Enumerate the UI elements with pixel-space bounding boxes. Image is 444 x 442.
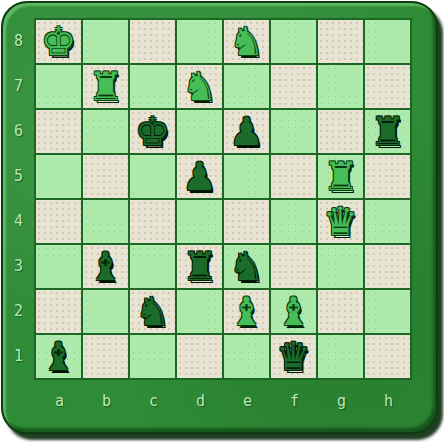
square-f2[interactable]: ♝ [271,290,316,333]
square-e1[interactable] [224,335,269,378]
square-g7[interactable] [318,65,363,108]
square-c4[interactable] [130,200,175,243]
black-pawn-d5[interactable]: ♟ [182,155,217,198]
square-a1[interactable]: ♝ [36,335,81,378]
square-g4[interactable]: ♛ [318,200,363,243]
file-label-f: f [271,387,318,415]
square-c7[interactable] [130,65,175,108]
square-a5[interactable] [36,155,81,198]
square-a7[interactable] [36,65,81,108]
square-d4[interactable] [177,200,222,243]
square-g6[interactable] [318,110,363,153]
rank-label-2: 2 [3,288,34,333]
black-king-c6[interactable]: ♚ [135,110,170,153]
rank-label-3: 3 [3,243,34,288]
square-d1[interactable] [177,335,222,378]
square-e2[interactable]: ♝ [224,290,269,333]
black-queen-f1[interactable]: ♛ [276,335,311,378]
square-c3[interactable] [130,245,175,288]
square-e7[interactable] [224,65,269,108]
square-c8[interactable] [130,20,175,63]
chess-board: ♚♞♜♞♚♟♜♟♜♛♝♜♞♞♝♝♝♛ [34,18,412,380]
rank-label-6: 6 [3,108,34,153]
square-b4[interactable] [83,200,128,243]
file-label-d: d [177,387,224,415]
file-label-g: g [318,387,365,415]
square-b8[interactable] [83,20,128,63]
square-e4[interactable] [224,200,269,243]
white-bishop-e2[interactable]: ♝ [229,290,264,333]
square-e6[interactable]: ♟ [224,110,269,153]
black-knight-e3[interactable]: ♞ [229,245,264,288]
square-h8[interactable] [365,20,410,63]
white-bishop-f2[interactable]: ♝ [276,290,311,333]
square-d2[interactable] [177,290,222,333]
square-f3[interactable] [271,245,316,288]
square-g3[interactable] [318,245,363,288]
square-f4[interactable] [271,200,316,243]
square-f7[interactable] [271,65,316,108]
square-h1[interactable] [365,335,410,378]
black-bishop-b3[interactable]: ♝ [88,245,123,288]
rank-label-4: 4 [3,198,34,243]
square-g2[interactable] [318,290,363,333]
square-b3[interactable]: ♝ [83,245,128,288]
square-b7[interactable]: ♜ [83,65,128,108]
square-h5[interactable] [365,155,410,198]
square-h2[interactable] [365,290,410,333]
square-g1[interactable] [318,335,363,378]
square-a6[interactable] [36,110,81,153]
square-b6[interactable] [83,110,128,153]
black-pawn-e6[interactable]: ♟ [229,110,264,153]
white-rook-b7[interactable]: ♜ [88,65,123,108]
square-e8[interactable]: ♞ [224,20,269,63]
white-knight-d7[interactable]: ♞ [182,65,217,108]
square-g8[interactable] [318,20,363,63]
square-h4[interactable] [365,200,410,243]
white-knight-e8[interactable]: ♞ [229,20,264,63]
square-d6[interactable] [177,110,222,153]
rank-label-5: 5 [3,153,34,198]
square-f8[interactable] [271,20,316,63]
square-c2[interactable]: ♞ [130,290,175,333]
square-d5[interactable]: ♟ [177,155,222,198]
square-c6[interactable]: ♚ [130,110,175,153]
black-knight-c2[interactable]: ♞ [135,290,170,333]
file-label-h: h [365,387,412,415]
square-b2[interactable] [83,290,128,333]
square-b5[interactable] [83,155,128,198]
rank-label-8: 8 [3,18,34,63]
square-e3[interactable]: ♞ [224,245,269,288]
square-h6[interactable]: ♜ [365,110,410,153]
square-a8[interactable]: ♚ [36,20,81,63]
white-queen-g4[interactable]: ♛ [323,200,358,243]
square-f6[interactable] [271,110,316,153]
file-label-a: a [36,387,83,415]
square-a3[interactable] [36,245,81,288]
square-a2[interactable] [36,290,81,333]
white-rook-g5[interactable]: ♜ [323,155,358,198]
square-g5[interactable]: ♜ [318,155,363,198]
square-d7[interactable]: ♞ [177,65,222,108]
square-e5[interactable] [224,155,269,198]
black-bishop-a1[interactable]: ♝ [41,335,76,378]
square-d3[interactable]: ♜ [177,245,222,288]
square-c1[interactable] [130,335,175,378]
square-h7[interactable] [365,65,410,108]
black-rook-h6[interactable]: ♜ [370,110,405,153]
square-c5[interactable] [130,155,175,198]
black-rook-d3[interactable]: ♜ [182,245,217,288]
square-f5[interactable] [271,155,316,198]
board-frame: 87654321 abcdefgh ♚♞♜♞♚♟♜♟♜♛♝♜♞♞♝♝♝♛ [1,1,438,434]
square-b1[interactable] [83,335,128,378]
rank-label-1: 1 [3,333,34,378]
rank-label-7: 7 [3,63,34,108]
square-a4[interactable] [36,200,81,243]
white-king-a8[interactable]: ♚ [41,20,76,63]
square-d8[interactable] [177,20,222,63]
square-f1[interactable]: ♛ [271,335,316,378]
square-h3[interactable] [365,245,410,288]
file-label-b: b [83,387,130,415]
file-label-c: c [130,387,177,415]
file-label-e: e [224,387,271,415]
